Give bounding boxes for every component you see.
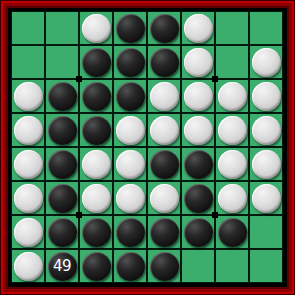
cell-a4[interactable] (11, 113, 45, 147)
white-disc (184, 116, 213, 145)
cell-e1[interactable] (147, 11, 181, 45)
white-disc (116, 184, 145, 213)
white-disc (14, 150, 43, 179)
othello-board-frame: 49 (0, 0, 295, 295)
cell-g4[interactable] (215, 113, 249, 147)
cell-a8[interactable] (11, 249, 45, 283)
cell-e4[interactable] (147, 113, 181, 147)
white-disc (14, 184, 43, 213)
white-disc (82, 14, 111, 43)
black-disc (48, 116, 77, 145)
white-disc (150, 116, 179, 145)
white-disc (116, 116, 145, 145)
black-disc (184, 184, 213, 213)
cell-e5[interactable] (147, 147, 181, 181)
black-disc (150, 252, 179, 281)
white-disc (150, 184, 179, 213)
white-disc (252, 82, 281, 111)
white-disc (252, 116, 281, 145)
cell-c3[interactable] (79, 79, 113, 113)
cell-g6[interactable] (215, 181, 249, 215)
cell-g3[interactable] (215, 79, 249, 113)
cell-d4[interactable] (113, 113, 147, 147)
white-disc (82, 150, 111, 179)
black-disc (82, 116, 111, 145)
black-disc (82, 252, 111, 281)
black-disc (116, 48, 145, 77)
cell-g7[interactable] (215, 215, 249, 249)
star-point-top-right (212, 76, 218, 82)
cell-c8[interactable] (79, 249, 113, 283)
cell-g5[interactable] (215, 147, 249, 181)
cell-b7[interactable] (45, 215, 79, 249)
cell-d8[interactable] (113, 249, 147, 283)
cell-h7[interactable] (249, 215, 283, 249)
cell-c6[interactable] (79, 181, 113, 215)
cell-b4[interactable] (45, 113, 79, 147)
cell-b5[interactable] (45, 147, 79, 181)
black-disc: 49 (48, 252, 77, 281)
cell-a7[interactable] (11, 215, 45, 249)
cell-d2[interactable] (113, 45, 147, 79)
cell-a6[interactable] (11, 181, 45, 215)
cell-e3[interactable] (147, 79, 181, 113)
cell-a5[interactable] (11, 147, 45, 181)
cell-a3[interactable] (11, 79, 45, 113)
white-disc (218, 184, 247, 213)
black-disc (82, 82, 111, 111)
cell-a1[interactable] (11, 11, 45, 45)
black-disc (150, 150, 179, 179)
cell-g2[interactable] (215, 45, 249, 79)
move-number-label: 49 (48, 252, 77, 281)
cell-b1[interactable] (45, 11, 79, 45)
white-disc (184, 82, 213, 111)
white-disc (252, 150, 281, 179)
cell-h3[interactable] (249, 79, 283, 113)
cell-c5[interactable] (79, 147, 113, 181)
white-disc (252, 184, 281, 213)
cell-f5[interactable] (181, 147, 215, 181)
cell-d5[interactable] (113, 147, 147, 181)
black-disc (48, 218, 77, 247)
white-disc (14, 218, 43, 247)
black-disc (82, 218, 111, 247)
white-disc (252, 48, 281, 77)
cell-g8[interactable] (215, 249, 249, 283)
white-disc (218, 150, 247, 179)
cell-f7[interactable] (181, 215, 215, 249)
cell-b6[interactable] (45, 181, 79, 215)
white-disc (184, 14, 213, 43)
cell-c2[interactable] (79, 45, 113, 79)
black-disc (48, 82, 77, 111)
cell-e7[interactable] (147, 215, 181, 249)
cell-h2[interactable] (249, 45, 283, 79)
white-disc (14, 116, 43, 145)
cell-f4[interactable] (181, 113, 215, 147)
star-point-bottom-left (76, 212, 82, 218)
cell-e6[interactable] (147, 181, 181, 215)
cell-e8[interactable] (147, 249, 181, 283)
cell-f1[interactable] (181, 11, 215, 45)
cell-c1[interactable] (79, 11, 113, 45)
othello-board: 49 (11, 11, 283, 283)
black-disc (48, 150, 77, 179)
black-disc (116, 82, 145, 111)
cell-b3[interactable] (45, 79, 79, 113)
cell-f6[interactable] (181, 181, 215, 215)
white-disc (116, 150, 145, 179)
star-point-top-left (76, 76, 82, 82)
black-disc (48, 184, 77, 213)
black-disc (82, 48, 111, 77)
cell-h5[interactable] (249, 147, 283, 181)
black-disc (184, 150, 213, 179)
white-disc (82, 184, 111, 213)
cell-g1[interactable] (215, 11, 249, 45)
white-disc (218, 82, 247, 111)
cell-h1[interactable] (249, 11, 283, 45)
cell-b8[interactable]: 49 (45, 249, 79, 283)
cell-c7[interactable] (79, 215, 113, 249)
cell-f8[interactable] (181, 249, 215, 283)
white-disc (14, 252, 43, 281)
star-point-bottom-right (212, 212, 218, 218)
cell-d3[interactable] (113, 79, 147, 113)
black-disc (150, 218, 179, 247)
white-disc (150, 82, 179, 111)
cell-h6[interactable] (249, 181, 283, 215)
white-disc (218, 116, 247, 145)
cell-d1[interactable] (113, 11, 147, 45)
white-disc (14, 82, 43, 111)
cell-c4[interactable] (79, 113, 113, 147)
black-disc (218, 218, 247, 247)
black-disc (116, 14, 145, 43)
black-disc (150, 48, 179, 77)
cell-d6[interactable] (113, 181, 147, 215)
black-disc (150, 14, 179, 43)
cell-h4[interactable] (249, 113, 283, 147)
cell-e2[interactable] (147, 45, 181, 79)
cell-d7[interactable] (113, 215, 147, 249)
white-disc (184, 48, 213, 77)
cell-b2[interactable] (45, 45, 79, 79)
cell-a2[interactable] (11, 45, 45, 79)
black-disc (184, 218, 213, 247)
black-disc (116, 218, 145, 247)
black-disc (116, 252, 145, 281)
cell-f2[interactable] (181, 45, 215, 79)
cell-f3[interactable] (181, 79, 215, 113)
cell-h8[interactable] (249, 249, 283, 283)
